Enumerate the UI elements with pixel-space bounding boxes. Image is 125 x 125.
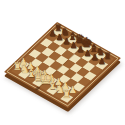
chess-set-photo: ♜♞♟♝♟♛♟♚♟♝♟♞♟♜♟♟♟♟♜♟♞♟♝♟♛♟♚♟♝♟♞♜	[0, 0, 125, 125]
piece-white-rook-h1[interactable]: ♜	[62, 89, 71, 100]
piece-black-pawn-h7[interactable]: ♟	[98, 58, 106, 66]
